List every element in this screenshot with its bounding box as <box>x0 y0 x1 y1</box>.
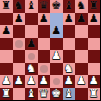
square-c5[interactable]: ♟ <box>25 38 38 51</box>
square-f5[interactable] <box>63 38 76 51</box>
chess-board: ♜♞♝♛♚♝♞♜♟♟♟♟♟♟♟♟♟♞♞♟♟♟♟♟♟♟♜♝♛♚♝♜ <box>0 0 100 100</box>
black-rook-icon: ♜ <box>89 0 99 13</box>
square-e6[interactable]: ♟ <box>50 25 63 38</box>
move-hint-dot-c4[interactable] <box>28 53 36 61</box>
square-g1[interactable] <box>75 88 88 101</box>
square-g3[interactable] <box>75 63 88 76</box>
white-pawn-icon: ♟ <box>26 75 36 88</box>
square-h2[interactable]: ♟ <box>88 75 101 88</box>
square-h4[interactable] <box>88 50 101 63</box>
white-bishop-icon: ♝ <box>64 88 74 101</box>
square-h8[interactable]: ♜ <box>88 0 101 13</box>
square-h7[interactable]: ♟ <box>88 13 101 26</box>
square-e8[interactable]: ♚ <box>50 0 63 13</box>
square-b3[interactable] <box>13 63 26 76</box>
square-g8[interactable]: ♞ <box>75 0 88 13</box>
square-d1[interactable]: ♛ <box>38 88 51 101</box>
move-hint-dot-e2[interactable] <box>53 78 61 86</box>
square-d5[interactable] <box>38 38 51 51</box>
square-g2[interactable]: ♟ <box>75 75 88 88</box>
black-bishop-icon: ♝ <box>26 0 36 13</box>
white-pawn-icon: ♟ <box>51 50 61 63</box>
white-pawn-icon: ♟ <box>39 75 49 88</box>
square-e4[interactable]: ♟ <box>50 50 63 63</box>
square-b2[interactable]: ♟ <box>13 75 26 88</box>
move-hint-dot-d3[interactable] <box>40 65 48 73</box>
square-f7[interactable]: ♟ <box>63 13 76 26</box>
square-d7[interactable]: ♟ <box>38 13 51 26</box>
square-g4[interactable] <box>75 50 88 63</box>
square-c8[interactable]: ♝ <box>25 0 38 13</box>
square-f1[interactable]: ♝ <box>63 88 76 101</box>
square-b5[interactable] <box>13 38 26 51</box>
square-a2[interactable]: ♟ <box>0 75 13 88</box>
black-pawn-icon: ♟ <box>51 25 61 38</box>
square-a7[interactable] <box>0 13 13 26</box>
white-king-icon: ♚ <box>51 88 61 101</box>
square-b6[interactable] <box>13 25 26 38</box>
white-knight-icon: ♞ <box>64 63 74 76</box>
square-b1[interactable] <box>13 88 26 101</box>
square-g6[interactable] <box>75 25 88 38</box>
white-pawn-icon: ♟ <box>89 75 99 88</box>
square-a6[interactable]: ♟ <box>0 25 13 38</box>
black-bishop-icon: ♝ <box>64 0 74 13</box>
square-a3[interactable] <box>0 63 13 76</box>
black-king-icon: ♚ <box>51 0 61 13</box>
black-pawn-icon: ♟ <box>26 38 36 51</box>
black-pawn-icon: ♟ <box>1 25 11 38</box>
white-bishop-icon: ♝ <box>26 88 36 101</box>
black-queen-icon: ♛ <box>39 0 49 13</box>
black-pawn-icon: ♟ <box>39 13 49 26</box>
square-e5[interactable] <box>50 38 63 51</box>
black-knight-icon: ♞ <box>14 0 24 13</box>
square-c7[interactable] <box>25 13 38 26</box>
square-d8[interactable]: ♛ <box>38 0 51 13</box>
white-pawn-icon: ♟ <box>64 75 74 88</box>
square-c6[interactable] <box>25 25 38 38</box>
square-e3[interactable] <box>50 63 63 76</box>
square-g5[interactable] <box>75 38 88 51</box>
square-h6[interactable] <box>88 25 101 38</box>
square-b4[interactable] <box>13 50 26 63</box>
square-c1[interactable]: ♝ <box>25 88 38 101</box>
square-f8[interactable]: ♝ <box>63 0 76 13</box>
square-f6[interactable] <box>63 25 76 38</box>
square-d3[interactable] <box>38 63 51 76</box>
white-pawn-icon: ♟ <box>76 75 86 88</box>
black-pawn-icon: ♟ <box>14 13 24 26</box>
white-rook-icon: ♜ <box>89 88 99 101</box>
square-b7[interactable]: ♟ <box>13 13 26 26</box>
square-a4[interactable] <box>0 50 13 63</box>
black-pawn-icon: ♟ <box>64 13 74 26</box>
white-pawn-icon: ♟ <box>1 75 11 88</box>
move-hint-dot-b5[interactable] <box>15 40 23 48</box>
square-a8[interactable]: ♜ <box>0 0 13 13</box>
square-a1[interactable]: ♜ <box>0 88 13 101</box>
white-queen-icon: ♛ <box>39 88 49 101</box>
white-knight-icon: ♞ <box>26 63 36 76</box>
square-f3[interactable]: ♞ <box>63 63 76 76</box>
square-e2[interactable] <box>50 75 63 88</box>
square-h1[interactable]: ♜ <box>88 88 101 101</box>
square-g7[interactable]: ♟ <box>75 13 88 26</box>
black-pawn-icon: ♟ <box>76 13 86 26</box>
square-d4[interactable] <box>38 50 51 63</box>
square-h3[interactable] <box>88 63 101 76</box>
black-knight-icon: ♞ <box>76 0 86 13</box>
square-f4[interactable] <box>63 50 76 63</box>
square-d6[interactable] <box>38 25 51 38</box>
square-e7[interactable] <box>50 13 63 26</box>
white-rook-icon: ♜ <box>1 88 11 101</box>
square-d2[interactable]: ♟ <box>38 75 51 88</box>
square-c2[interactable]: ♟ <box>25 75 38 88</box>
white-pawn-icon: ♟ <box>14 75 24 88</box>
square-f2[interactable]: ♟ <box>63 75 76 88</box>
black-rook-icon: ♜ <box>1 0 11 13</box>
square-h5[interactable] <box>88 38 101 51</box>
black-pawn-icon: ♟ <box>89 13 99 26</box>
square-c4[interactable] <box>25 50 38 63</box>
square-a5[interactable] <box>0 38 13 51</box>
square-b8[interactable]: ♞ <box>13 0 26 13</box>
square-e1[interactable]: ♚ <box>50 88 63 101</box>
square-c3[interactable]: ♞ <box>25 63 38 76</box>
